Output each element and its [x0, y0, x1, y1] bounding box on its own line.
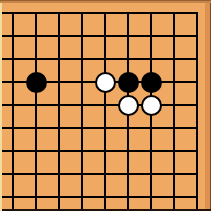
grid-line-vertical-1: [12, 12, 14, 209]
board-edge-top: [0, 0, 211, 3]
grid-line-horizontal-6: [2, 127, 198, 129]
grid-line-horizontal-5: [2, 104, 198, 106]
grid-line-vertical-5: [104, 12, 106, 209]
grid-line-horizontal-7: [2, 150, 198, 152]
board-edge-bottom-shadow: [2, 209, 211, 211]
white-stone-Q15[interactable]: [118, 95, 139, 116]
black-stone-Q16[interactable]: [118, 72, 139, 93]
grid-line-horizontal-9: [2, 196, 198, 198]
grid-line-horizontal-1: [2, 12, 198, 14]
grid-line-vertical-8: [173, 12, 175, 209]
grid-line-horizontal-2: [2, 35, 198, 37]
grid-line-vertical-2: [35, 12, 37, 209]
black-stone-R16[interactable]: [141, 72, 162, 93]
board-edge-right-line: [210, 3, 211, 211]
black-stone-M16[interactable]: [26, 72, 47, 93]
white-stone-P16[interactable]: [95, 72, 116, 93]
go-board[interactable]: [0, 0, 211, 211]
grid-line-vertical-4: [81, 12, 83, 209]
grid-line-vertical-9: [196, 12, 198, 209]
white-stone-R15[interactable]: [141, 95, 162, 116]
grid-line-vertical-3: [58, 12, 60, 209]
grid-line-horizontal-8: [2, 173, 198, 175]
go-board-screenshot: [0, 0, 211, 211]
grid-line-horizontal-3: [2, 58, 198, 60]
